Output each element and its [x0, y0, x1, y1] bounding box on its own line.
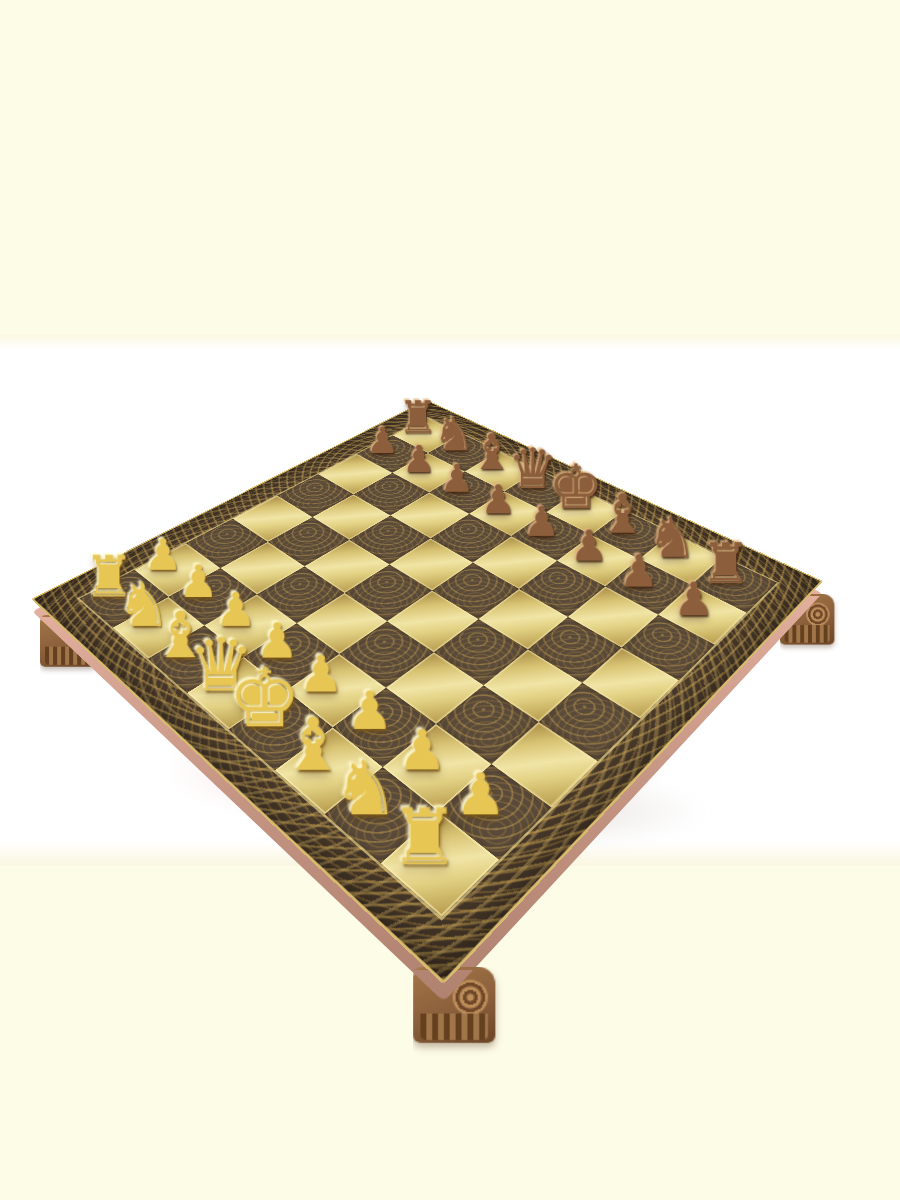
piece-bronze-pawn: ♟: [608, 550, 670, 594]
page-background: ♜♞♝♛♚♝♞♜♟♟♟♟♟♟♟♟♟♟♟♟♟♟♟♟♜♞♝♛♚♝♞♜: [0, 0, 900, 1200]
board-frame: ♜♞♝♛♚♝♞♜♟♟♟♟♟♟♟♟♟♟♟♟♟♟♟♟♜♞♝♛♚♝♞♜: [31, 400, 823, 985]
chess-scene: ♜♞♝♛♚♝♞♜♟♟♟♟♟♟♟♟♟♟♟♟♟♟♟♟♜♞♝♛♚♝♞♜: [0, 334, 900, 866]
chess-board: ♜♞♝♛♚♝♞♜♟♟♟♟♟♟♟♟♟♟♟♟♟♟♟♟♜♞♝♛♚♝♞♜: [31, 400, 823, 985]
checkerboard-grid: ♜♞♝♛♚♝♞♜♟♟♟♟♟♟♟♟♟♟♟♟♟♟♟♟♜♞♝♛♚♝♞♜: [80, 418, 777, 917]
piece-gold-rook: ♜: [381, 799, 467, 877]
piece-bronze-pawn: ♟: [661, 576, 725, 622]
product-photo-panel: ♜♞♝♛♚♝♞♜♟♟♟♟♟♟♟♟♟♟♟♟♟♟♟♟♜♞♝♛♚♝♞♜: [0, 334, 900, 866]
